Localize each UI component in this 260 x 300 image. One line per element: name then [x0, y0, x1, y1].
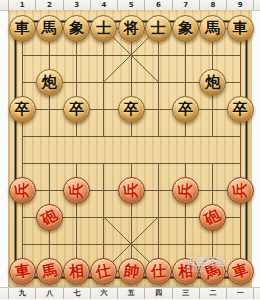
piece-character: 兵	[69, 182, 85, 198]
piece-character: 象	[69, 21, 84, 36]
piece-character: 兵	[178, 182, 194, 198]
piece-character: 炮	[42, 75, 57, 90]
piece-character: 卒	[69, 102, 84, 117]
piece-character: 仕	[95, 262, 113, 280]
piece-character: 卒	[15, 102, 30, 117]
piece-character: 馬	[42, 21, 57, 36]
piece-red-帥-f5-r10[interactable]: 帥	[118, 258, 145, 285]
piece-character: 卒	[124, 102, 139, 117]
piece-red-仕-f6-r10[interactable]: 仕	[145, 258, 172, 285]
file-label-top-4: 4	[91, 0, 118, 10]
piece-red-兵-f7-r7[interactable]: 兵	[172, 177, 199, 204]
piece-character: 帥	[123, 263, 140, 280]
piece-red-車-f1-r10[interactable]: 車	[9, 258, 36, 285]
piece-black-車-f1-r1[interactable]: 車	[9, 15, 36, 42]
file-label-top-6: 6	[145, 0, 172, 10]
piece-black-将-f5-r1[interactable]: 将	[118, 15, 145, 42]
file-label-bottom-4: 六	[91, 288, 118, 299]
piece-character: 士	[151, 21, 166, 36]
top-file-ruler-cells: 123456789	[8, 0, 254, 10]
file-label-top-8: 8	[200, 0, 227, 10]
piece-character: 卒	[233, 102, 248, 117]
piece-character: 象	[178, 21, 193, 36]
file-label-top-5: 5	[118, 0, 145, 10]
piece-character: 車	[233, 21, 248, 36]
piece-character: 兵	[15, 183, 30, 198]
piece-black-馬-f2-r1[interactable]: 馬	[36, 15, 63, 42]
file-label-top-9: 9	[227, 0, 254, 10]
piece-red-兵-f3-r7[interactable]: 兵	[63, 177, 90, 204]
file-label-bottom-6: 四	[145, 288, 172, 299]
bottom-file-ruler-cells: 九八七六五四三二一	[8, 288, 254, 299]
piece-character: 兵	[124, 183, 139, 198]
piece-black-象-f7-r1[interactable]: 象	[172, 15, 199, 42]
file-label-bottom-2: 八	[36, 288, 63, 299]
file-label-bottom-7: 三	[173, 288, 200, 299]
piece-red-馬-f8-r10[interactable]: 馬	[199, 258, 226, 285]
piece-black-士-f4-r1[interactable]: 士	[90, 15, 117, 42]
file-label-bottom-8: 二	[200, 288, 227, 299]
piece-red-相-f3-r10[interactable]: 相	[63, 258, 90, 285]
file-label-top-7: 7	[173, 0, 200, 10]
piece-character: 相	[177, 263, 193, 279]
piece-character: 炮	[205, 75, 220, 90]
piece-character: 兵	[233, 183, 248, 198]
file-label-bottom-1: 九	[9, 288, 36, 299]
piece-character: 士	[96, 21, 111, 36]
piece-black-士-f6-r1[interactable]: 士	[145, 15, 172, 42]
piece-red-兵-f9-r7[interactable]: 兵	[227, 177, 254, 204]
piece-character: 相	[68, 263, 84, 279]
piece-character: 車	[15, 21, 30, 36]
pieces-grid: 車馬象士将士象馬車炮炮卒卒卒卒卒兵兵兵兵兵砲砲車馬相仕帥仕相馬車	[8, 15, 253, 285]
piece-black-卒-f7-r4[interactable]: 卒	[172, 96, 199, 123]
piece-red-相-f7-r10[interactable]: 相	[172, 258, 199, 285]
piece-black-象-f3-r1[interactable]: 象	[63, 15, 90, 42]
file-label-top-3: 3	[64, 0, 91, 10]
piece-black-炮-f2-r3[interactable]: 炮	[36, 69, 63, 96]
piece-character: 車	[14, 263, 31, 280]
piece-black-炮-f8-r3[interactable]: 炮	[199, 69, 226, 96]
piece-character: 卒	[178, 102, 193, 117]
piece-character: 馬	[203, 261, 223, 281]
piece-red-車-f9-r10[interactable]: 車	[227, 258, 254, 285]
piece-red-兵-f5-r7[interactable]: 兵	[118, 177, 145, 204]
piece-character: 仕	[150, 263, 166, 279]
piece-black-卒-f1-r4[interactable]: 卒	[9, 96, 36, 123]
file-label-top-1: 1	[9, 0, 36, 10]
piece-red-砲-f8-r8[interactable]: 砲	[199, 204, 226, 231]
piece-red-仕-f4-r10[interactable]: 仕	[90, 258, 117, 285]
piece-black-卒-f5-r4[interactable]: 卒	[118, 96, 145, 123]
piece-red-砲-f2-r8[interactable]: 砲	[36, 204, 63, 231]
xiangqi-app: 123456789	[0, 0, 260, 300]
file-label-bottom-9: 一	[227, 288, 254, 299]
file-label-top-2: 2	[36, 0, 63, 10]
file-label-bottom-3: 七	[64, 288, 91, 299]
file-label-bottom-5: 五	[118, 288, 145, 299]
piece-black-卒-f3-r4[interactable]: 卒	[63, 96, 90, 123]
piece-character: 将	[124, 21, 139, 36]
bottom-file-ruler: 九八七六五四三二一	[0, 287, 260, 299]
piece-red-馬-f2-r10[interactable]: 馬	[36, 258, 63, 285]
piece-character: 車	[231, 262, 250, 281]
piece-red-兵-f1-r7[interactable]: 兵	[9, 177, 36, 204]
piece-black-卒-f9-r4[interactable]: 卒	[227, 96, 254, 123]
piece-character: 砲	[203, 207, 223, 227]
piece-character: 砲	[39, 207, 59, 227]
piece-character: 馬	[205, 21, 220, 36]
piece-character: 馬	[40, 262, 58, 280]
piece-black-馬-f8-r1[interactable]: 馬	[199, 15, 226, 42]
piece-black-車-f9-r1[interactable]: 車	[227, 15, 254, 42]
